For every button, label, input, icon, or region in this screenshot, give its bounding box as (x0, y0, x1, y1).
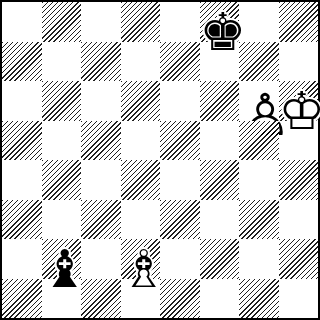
square-f1[interactable] (200, 279, 240, 319)
square-e3[interactable] (160, 200, 200, 240)
square-b1[interactable] (42, 279, 82, 319)
square-c6[interactable] (81, 81, 121, 121)
square-d1[interactable] (121, 279, 161, 319)
square-a6[interactable] (2, 81, 42, 121)
square-h8[interactable] (279, 2, 319, 42)
square-e7[interactable] (160, 42, 200, 82)
square-f4[interactable] (200, 160, 240, 200)
square-e5[interactable] (160, 121, 200, 161)
black-king[interactable]: ♚♚ (200, 2, 240, 42)
square-f5[interactable] (200, 121, 240, 161)
square-f6[interactable] (200, 81, 240, 121)
white-king[interactable]: ♚♔ (279, 81, 319, 121)
square-b2[interactable]: ♝♝ (42, 239, 82, 279)
square-g6[interactable]: ♟♙ (239, 81, 279, 121)
white-bishop[interactable]: ♝♗ (121, 239, 161, 279)
square-h6[interactable]: ♚♔ (279, 81, 319, 121)
square-g3[interactable] (239, 200, 279, 240)
square-d5[interactable] (121, 121, 161, 161)
square-b5[interactable] (42, 121, 82, 161)
square-a3[interactable] (2, 200, 42, 240)
square-e6[interactable] (160, 81, 200, 121)
square-d7[interactable] (121, 42, 161, 82)
square-h7[interactable] (279, 42, 319, 82)
square-a7[interactable] (2, 42, 42, 82)
square-d8[interactable] (121, 2, 161, 42)
square-e4[interactable] (160, 160, 200, 200)
square-a2[interactable] (2, 239, 42, 279)
square-g1[interactable] (239, 279, 279, 319)
square-d2[interactable]: ♝♗ (121, 239, 161, 279)
square-d4[interactable] (121, 160, 161, 200)
square-h2[interactable] (279, 239, 319, 279)
square-e8[interactable] (160, 2, 200, 42)
square-c3[interactable] (81, 200, 121, 240)
square-c8[interactable] (81, 2, 121, 42)
square-g4[interactable] (239, 160, 279, 200)
square-h5[interactable] (279, 121, 319, 161)
chess-board: ♚♚♟♙♚♔♝♝♝♗ (0, 0, 320, 320)
square-c7[interactable] (81, 42, 121, 82)
square-c2[interactable] (81, 239, 121, 279)
square-b8[interactable] (42, 2, 82, 42)
square-a4[interactable] (2, 160, 42, 200)
square-h3[interactable] (279, 200, 319, 240)
square-e1[interactable] (160, 279, 200, 319)
square-c4[interactable] (81, 160, 121, 200)
square-b4[interactable] (42, 160, 82, 200)
square-f3[interactable] (200, 200, 240, 240)
square-f8[interactable]: ♚♚ (200, 2, 240, 42)
chess-diagram: ♚♚♟♙♚♔♝♝♝♗ (0, 0, 320, 320)
square-a8[interactable] (2, 2, 42, 42)
square-f7[interactable] (200, 42, 240, 82)
square-b6[interactable] (42, 81, 82, 121)
square-f2[interactable] (200, 239, 240, 279)
square-g8[interactable] (239, 2, 279, 42)
square-g2[interactable] (239, 239, 279, 279)
square-d6[interactable] (121, 81, 161, 121)
square-h4[interactable] (279, 160, 319, 200)
square-c1[interactable] (81, 279, 121, 319)
white-pawn[interactable]: ♟♙ (239, 81, 279, 121)
square-d3[interactable] (121, 200, 161, 240)
square-b3[interactable] (42, 200, 82, 240)
square-a1[interactable] (2, 279, 42, 319)
square-b7[interactable] (42, 42, 82, 82)
square-e2[interactable] (160, 239, 200, 279)
square-g5[interactable] (239, 121, 279, 161)
black-bishop[interactable]: ♝♝ (42, 239, 82, 279)
square-g7[interactable] (239, 42, 279, 82)
square-c5[interactable] (81, 121, 121, 161)
square-a5[interactable] (2, 121, 42, 161)
square-h1[interactable] (279, 279, 319, 319)
